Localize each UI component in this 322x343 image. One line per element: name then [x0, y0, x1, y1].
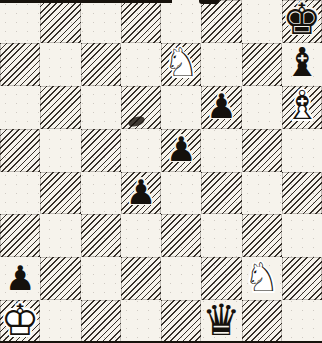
- newspaper-chess-diagram: ♚♞♘♝♟♝♗♟♟♟♞♘♚♔♛: [0, 0, 322, 343]
- square-a2[interactable]: ♟: [0, 257, 40, 300]
- scan-artifact-top-edge: [0, 0, 172, 3]
- square-c7[interactable]: [81, 43, 121, 86]
- square-g7[interactable]: [242, 43, 282, 86]
- square-h2[interactable]: [282, 257, 322, 300]
- square-d7[interactable]: [121, 43, 161, 86]
- white-king: ♚♔: [0, 300, 40, 343]
- square-c5[interactable]: [81, 129, 121, 172]
- square-f3[interactable]: [201, 214, 241, 257]
- square-c4[interactable]: [81, 172, 121, 215]
- square-a5[interactable]: [0, 129, 40, 172]
- square-a4[interactable]: [0, 172, 40, 215]
- square-a8[interactable]: [0, 0, 40, 43]
- square-f8[interactable]: [201, 0, 241, 43]
- square-f1[interactable]: ♛: [201, 300, 241, 343]
- square-e1[interactable]: [161, 300, 201, 343]
- chessboard: ♚♞♘♝♟♝♗♟♟♟♞♘♚♔♛: [0, 0, 322, 343]
- square-d8[interactable]: [121, 0, 161, 43]
- square-h4[interactable]: [282, 172, 322, 215]
- square-h6[interactable]: ♝♗: [282, 86, 322, 129]
- square-b8[interactable]: [40, 0, 80, 43]
- square-a6[interactable]: [0, 86, 40, 129]
- square-c6[interactable]: [81, 86, 121, 129]
- square-e6[interactable]: [161, 86, 201, 129]
- square-h1[interactable]: [282, 300, 322, 343]
- square-e5[interactable]: ♟: [161, 129, 201, 172]
- square-e7[interactable]: ♞♘: [161, 43, 201, 86]
- black-pawn: ♟: [121, 172, 161, 215]
- square-b4[interactable]: [40, 172, 80, 215]
- black-pawn: ♟: [201, 86, 241, 129]
- square-g4[interactable]: [242, 172, 282, 215]
- square-g2[interactable]: ♞♘: [242, 257, 282, 300]
- black-queen: ♛: [201, 300, 241, 343]
- black-pawn: ♟: [161, 129, 201, 172]
- square-b7[interactable]: [40, 43, 80, 86]
- square-d3[interactable]: [121, 214, 161, 257]
- square-c3[interactable]: [81, 214, 121, 257]
- square-b6[interactable]: [40, 86, 80, 129]
- square-d2[interactable]: [121, 257, 161, 300]
- square-d1[interactable]: [121, 300, 161, 343]
- square-g3[interactable]: [242, 214, 282, 257]
- square-f4[interactable]: [201, 172, 241, 215]
- square-h5[interactable]: [282, 129, 322, 172]
- square-a3[interactable]: [0, 214, 40, 257]
- square-h8[interactable]: ♚: [282, 0, 322, 43]
- square-h7[interactable]: ♝: [282, 43, 322, 86]
- square-b1[interactable]: [40, 300, 80, 343]
- square-f5[interactable]: [201, 129, 241, 172]
- square-a7[interactable]: [0, 43, 40, 86]
- square-e2[interactable]: [161, 257, 201, 300]
- square-e3[interactable]: [161, 214, 201, 257]
- square-g8[interactable]: [242, 0, 282, 43]
- square-d5[interactable]: [121, 129, 161, 172]
- black-bishop: ♝: [282, 43, 322, 86]
- square-f2[interactable]: [201, 257, 241, 300]
- white-knight: ♞♘: [242, 257, 282, 300]
- square-h3[interactable]: [282, 214, 322, 257]
- square-g5[interactable]: [242, 129, 282, 172]
- square-d4[interactable]: ♟: [121, 172, 161, 215]
- square-f6[interactable]: ♟: [201, 86, 241, 129]
- black-king: ♚: [282, 0, 322, 43]
- black-pawn: ♟: [0, 257, 40, 300]
- scan-artifact-top-mark: [199, 0, 219, 4]
- square-b5[interactable]: [40, 129, 80, 172]
- square-e8[interactable]: [161, 0, 201, 43]
- square-b3[interactable]: [40, 214, 80, 257]
- white-bishop: ♝♗: [282, 86, 322, 129]
- square-g1[interactable]: [242, 300, 282, 343]
- square-c2[interactable]: [81, 257, 121, 300]
- square-g6[interactable]: [242, 86, 282, 129]
- square-f7[interactable]: [201, 43, 241, 86]
- square-c8[interactable]: [81, 0, 121, 43]
- square-b2[interactable]: [40, 257, 80, 300]
- square-c1[interactable]: [81, 300, 121, 343]
- square-e4[interactable]: [161, 172, 201, 215]
- white-knight: ♞♘: [161, 43, 201, 86]
- square-a1[interactable]: ♚♔: [0, 300, 40, 343]
